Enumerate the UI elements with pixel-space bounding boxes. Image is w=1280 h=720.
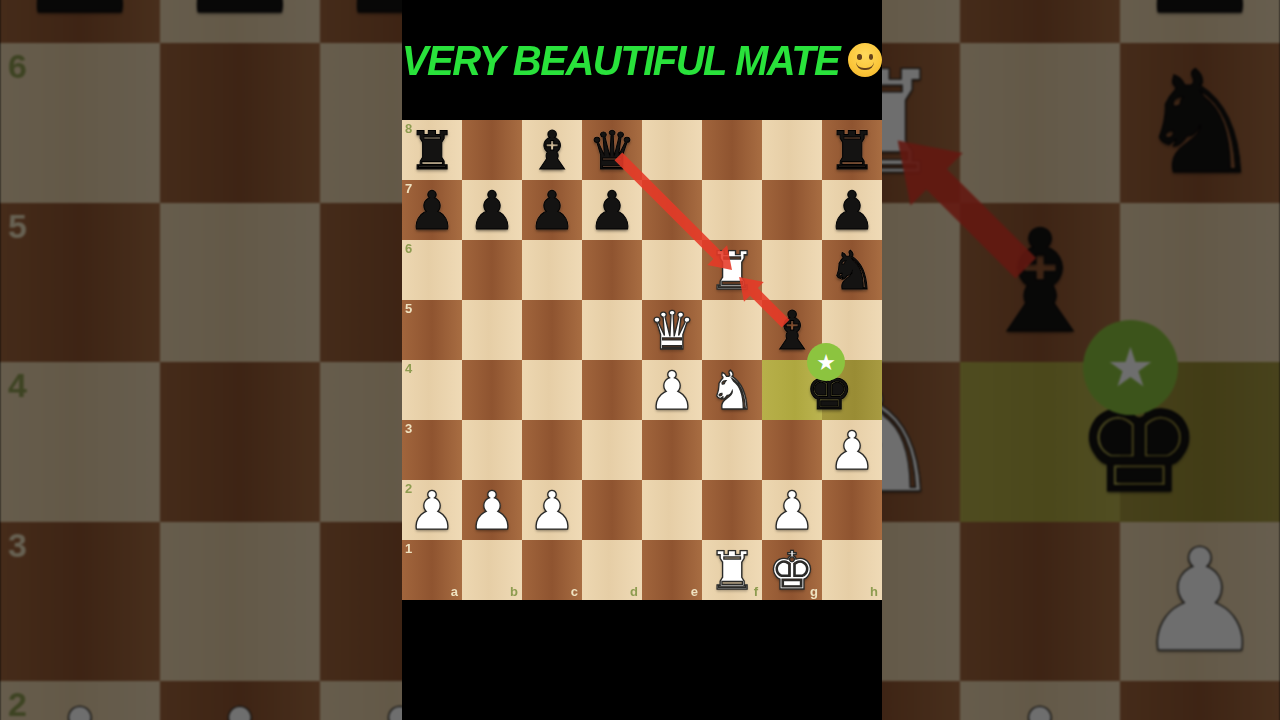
piece-bB-c8[interactable]: ♝ xyxy=(522,120,582,180)
title-bar: VERY BEAUTIFUL MATE xyxy=(402,0,882,120)
square-b3[interactable] xyxy=(462,420,522,480)
square-c4[interactable] xyxy=(522,360,582,420)
piece-bP-b7[interactable]: ♟ xyxy=(462,180,522,240)
square-d2[interactable] xyxy=(582,480,642,540)
square-f6[interactable]: ♜ xyxy=(702,240,762,300)
square-f1[interactable]: f♜ xyxy=(702,540,762,600)
square-c5[interactable] xyxy=(522,300,582,360)
square-e7[interactable] xyxy=(642,180,702,240)
file-label-f: f xyxy=(754,584,758,599)
piece-wP-h3[interactable]: ♟ xyxy=(822,420,882,480)
square-e6[interactable] xyxy=(642,240,702,300)
rank-label-5: 5 xyxy=(405,301,412,316)
square-c1[interactable]: c xyxy=(522,540,582,600)
square-f4[interactable]: ♞ xyxy=(702,360,762,420)
square-f7[interactable] xyxy=(702,180,762,240)
square-b5[interactable] xyxy=(462,300,522,360)
square-b4[interactable] xyxy=(462,360,522,420)
file-label-h: h xyxy=(870,584,878,599)
square-e5[interactable]: ♛ xyxy=(642,300,702,360)
file-label-e: e xyxy=(691,584,698,599)
square-a3[interactable]: 3 xyxy=(402,420,462,480)
square-d8[interactable]: ♛ xyxy=(582,120,642,180)
square-b8[interactable] xyxy=(462,120,522,180)
rank-label-2: 2 xyxy=(405,481,412,496)
square-h3[interactable]: ♟ xyxy=(822,420,882,480)
square-e1[interactable]: e xyxy=(642,540,702,600)
square-a6[interactable]: 6 xyxy=(402,240,462,300)
square-d1[interactable]: d xyxy=(582,540,642,600)
square-d6[interactable] xyxy=(582,240,642,300)
square-h6[interactable]: ♞ xyxy=(822,240,882,300)
content-column: VERY BEAUTIFUL MATE 8♜♝♛♜7♟♟♟♟♟6♜♞5♛♝4♟♞… xyxy=(402,0,882,720)
square-g3[interactable] xyxy=(762,420,822,480)
piece-wP-e4[interactable]: ♟ xyxy=(642,360,702,420)
square-a5[interactable]: 5 xyxy=(402,300,462,360)
square-g2[interactable]: ♟ xyxy=(762,480,822,540)
piece-bP-c7[interactable]: ♟ xyxy=(522,180,582,240)
star-badge: ★ xyxy=(807,343,845,381)
square-e3[interactable] xyxy=(642,420,702,480)
piece-wR-f6[interactable]: ♜ xyxy=(702,240,762,300)
piece-wP-g2[interactable]: ♟ xyxy=(762,480,822,540)
square-c6[interactable] xyxy=(522,240,582,300)
piece-bP-d7[interactable]: ♟ xyxy=(582,180,642,240)
piece-wN-f4[interactable]: ♞ xyxy=(702,360,762,420)
file-label-g: g xyxy=(810,584,818,599)
square-g8[interactable] xyxy=(762,120,822,180)
square-h2[interactable] xyxy=(822,480,882,540)
square-h8[interactable]: ♜ xyxy=(822,120,882,180)
rank-label-4: 4 xyxy=(405,361,412,376)
bottom-black-bar xyxy=(402,600,882,720)
square-g6[interactable] xyxy=(762,240,822,300)
file-label-a: a xyxy=(451,584,458,599)
square-d3[interactable] xyxy=(582,420,642,480)
square-b1[interactable]: b xyxy=(462,540,522,600)
title-text: VERY BEAUTIFUL MATE xyxy=(402,36,839,85)
piece-wP-c2[interactable]: ♟ xyxy=(522,480,582,540)
square-c8[interactable]: ♝ xyxy=(522,120,582,180)
square-e2[interactable] xyxy=(642,480,702,540)
square-c2[interactable]: ♟ xyxy=(522,480,582,540)
square-f5[interactable] xyxy=(702,300,762,360)
square-g7[interactable] xyxy=(762,180,822,240)
square-a1[interactable]: 1a xyxy=(402,540,462,600)
rank-label-6: 6 xyxy=(405,241,412,256)
piece-wQ-e5[interactable]: ♛ xyxy=(642,300,702,360)
piece-wP-b2[interactable]: ♟ xyxy=(462,480,522,540)
square-d5[interactable] xyxy=(582,300,642,360)
square-a8[interactable]: 8♜ xyxy=(402,120,462,180)
piece-bR-h8[interactable]: ♜ xyxy=(822,120,882,180)
smiley-emoji-icon xyxy=(848,43,882,77)
square-c7[interactable]: ♟ xyxy=(522,180,582,240)
file-label-c: c xyxy=(571,584,578,599)
square-b7[interactable]: ♟ xyxy=(462,180,522,240)
square-a7[interactable]: 7♟ xyxy=(402,180,462,240)
file-label-b: b xyxy=(510,584,518,599)
rank-label-1: 1 xyxy=(405,541,412,556)
square-d7[interactable]: ♟ xyxy=(582,180,642,240)
square-a2[interactable]: 2♟ xyxy=(402,480,462,540)
rank-label-3: 3 xyxy=(405,421,412,436)
square-f8[interactable] xyxy=(702,120,762,180)
piece-bP-h7[interactable]: ♟ xyxy=(822,180,882,240)
square-a4[interactable]: 4 xyxy=(402,360,462,420)
square-g1[interactable]: g♚ xyxy=(762,540,822,600)
rank-label-7: 7 xyxy=(405,181,412,196)
square-b6[interactable] xyxy=(462,240,522,300)
piece-bN-h6[interactable]: ♞ xyxy=(822,240,882,300)
square-d4[interactable] xyxy=(582,360,642,420)
rank-label-8: 8 xyxy=(405,121,412,136)
square-f2[interactable] xyxy=(702,480,762,540)
video-frame: 8♜♝♛♜7♟♟♟♟♟6♜♞5♛♝4♟♞♚3♟2♟♟♟♟1abcdef♜g♚h … xyxy=(0,0,1280,720)
file-label-d: d xyxy=(630,584,638,599)
square-f3[interactable] xyxy=(702,420,762,480)
square-h7[interactable]: ♟ xyxy=(822,180,882,240)
square-c3[interactable] xyxy=(522,420,582,480)
piece-bQ-d8[interactable]: ♛ xyxy=(582,120,642,180)
square-e4[interactable]: ♟ xyxy=(642,360,702,420)
square-b2[interactable]: ♟ xyxy=(462,480,522,540)
square-e8[interactable] xyxy=(642,120,702,180)
square-h1[interactable]: h xyxy=(822,540,882,600)
